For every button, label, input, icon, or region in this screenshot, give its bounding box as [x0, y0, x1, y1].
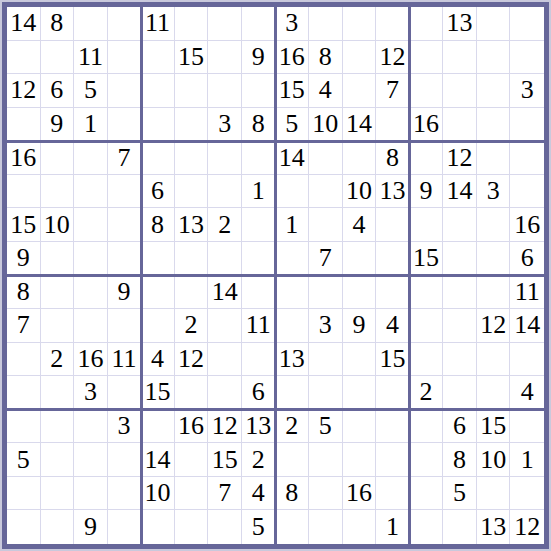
cell-r3c3[interactable]: 5: [74, 74, 108, 108]
sudoku-board: 1481131311159168121265154739138510141616…: [2, 2, 549, 549]
cell-r14c5[interactable]: 14: [141, 443, 175, 477]
cell-r2c4[interactable]: [108, 41, 142, 75]
cell-r5c1[interactable]: 16: [7, 141, 41, 175]
cell-r3c13[interactable]: [410, 74, 444, 108]
cell-r11c4[interactable]: 11: [108, 343, 142, 377]
cell-r9c9[interactable]: [276, 276, 310, 310]
cell-r2c9[interactable]: 16: [276, 41, 310, 75]
cell-r15c5[interactable]: 10: [141, 477, 175, 511]
cell-r11c11[interactable]: [343, 343, 377, 377]
cell-r5c2[interactable]: [41, 141, 75, 175]
cell-r10c1[interactable]: 7: [7, 309, 41, 343]
cell-r2c2[interactable]: [41, 41, 75, 75]
cell-r9c4[interactable]: 9: [108, 276, 142, 310]
cell-r16c6[interactable]: [175, 510, 209, 544]
cell-r3c16[interactable]: 3: [510, 74, 544, 108]
cell-r3c10[interactable]: 4: [309, 74, 343, 108]
cell-r8c11[interactable]: [343, 242, 377, 276]
cell-r5c13[interactable]: [410, 141, 444, 175]
cell-r10c5[interactable]: [141, 309, 175, 343]
cell-r7c14[interactable]: [443, 208, 477, 242]
cell-r14c1[interactable]: 5: [7, 443, 41, 477]
cell-r16c14[interactable]: [443, 510, 477, 544]
cell-r2c5[interactable]: [141, 41, 175, 75]
cell-r14c4[interactable]: [108, 443, 142, 477]
cell-r12c12[interactable]: [376, 376, 410, 410]
cell-r6c2[interactable]: [41, 175, 75, 209]
cell-r16c8[interactable]: 5: [242, 510, 276, 544]
cell-r8c9[interactable]: [276, 242, 310, 276]
cell-r13c3[interactable]: [74, 410, 108, 444]
cell-r10c7[interactable]: [208, 309, 242, 343]
cell-r14c7[interactable]: 15: [208, 443, 242, 477]
cell-r13c10[interactable]: 5: [309, 410, 343, 444]
cell-r12c9[interactable]: [276, 376, 310, 410]
cell-r4c7[interactable]: 3: [208, 108, 242, 142]
cell-r8c4[interactable]: [108, 242, 142, 276]
cell-r11c2[interactable]: 2: [41, 343, 75, 377]
cell-r16c1[interactable]: [7, 510, 41, 544]
cell-r1c12[interactable]: [376, 7, 410, 41]
cell-r6c14[interactable]: 14: [443, 175, 477, 209]
cell-r6c6[interactable]: [175, 175, 209, 209]
cell-r1c10[interactable]: [309, 7, 343, 41]
cell-r12c8[interactable]: 6: [242, 376, 276, 410]
cell-r3c1[interactable]: 12: [7, 74, 41, 108]
cell-r10c2[interactable]: [41, 309, 75, 343]
cell-r9c10[interactable]: [309, 276, 343, 310]
grid: 1481131311159168121265154739138510141616…: [7, 7, 544, 544]
cell-r3c4[interactable]: [108, 74, 142, 108]
cell-r5c14[interactable]: 12: [443, 141, 477, 175]
cell-r9c16[interactable]: 11: [510, 276, 544, 310]
cell-r14c10[interactable]: [309, 443, 343, 477]
cell-r6c10[interactable]: [309, 175, 343, 209]
cell-r1c2[interactable]: 8: [41, 7, 75, 41]
cell-r7c10[interactable]: [309, 208, 343, 242]
cell-r8c1[interactable]: 9: [7, 242, 41, 276]
cell-r10c9[interactable]: [276, 309, 310, 343]
cell-r15c10[interactable]: [309, 477, 343, 511]
cell-r12c1[interactable]: [7, 376, 41, 410]
cell-r2c15[interactable]: [477, 41, 511, 75]
cell-r6c7[interactable]: [208, 175, 242, 209]
cell-r2c12[interactable]: 12: [376, 41, 410, 75]
cell-r13c7[interactable]: 12: [208, 410, 242, 444]
cell-r11c1[interactable]: [7, 343, 41, 377]
cell-r13c15[interactable]: 15: [477, 410, 511, 444]
cell-r2c7[interactable]: [208, 41, 242, 75]
cell-r5c3[interactable]: [74, 141, 108, 175]
cell-r12c5[interactable]: 15: [141, 376, 175, 410]
cell-r12c2[interactable]: [41, 376, 75, 410]
cell-r1c1[interactable]: 14: [7, 7, 41, 41]
cell-r7c12[interactable]: [376, 208, 410, 242]
cell-r16c5[interactable]: [141, 510, 175, 544]
cell-r2c10[interactable]: 8: [309, 41, 343, 75]
cell-r12c14[interactable]: [443, 376, 477, 410]
cell-r13c5[interactable]: [141, 410, 175, 444]
cell-r7c6[interactable]: 13: [175, 208, 209, 242]
cell-r11c3[interactable]: 16: [74, 343, 108, 377]
cell-r11c15[interactable]: [477, 343, 511, 377]
cell-r13c13[interactable]: [410, 410, 444, 444]
cell-r10c10[interactable]: 3: [309, 309, 343, 343]
cell-r3c8[interactable]: [242, 74, 276, 108]
cell-r9c14[interactable]: [443, 276, 477, 310]
cell-r14c12[interactable]: [376, 443, 410, 477]
cell-r5c5[interactable]: [141, 141, 175, 175]
cell-r4c4[interactable]: [108, 108, 142, 142]
cell-r6c11[interactable]: 10: [343, 175, 377, 209]
cell-r3c12[interactable]: 7: [376, 74, 410, 108]
cell-r7c15[interactable]: [477, 208, 511, 242]
cell-r11c13[interactable]: [410, 343, 444, 377]
cell-r15c7[interactable]: 7: [208, 477, 242, 511]
cell-r4c5[interactable]: [141, 108, 175, 142]
cell-r11c5[interactable]: 4: [141, 343, 175, 377]
cell-r1c5[interactable]: 11: [141, 7, 175, 41]
cell-r16c15[interactable]: 13: [477, 510, 511, 544]
cell-r15c12[interactable]: [376, 477, 410, 511]
cell-r1c14[interactable]: 13: [443, 7, 477, 41]
cell-r2c11[interactable]: [343, 41, 377, 75]
cell-r11c8[interactable]: [242, 343, 276, 377]
cell-r6c15[interactable]: 3: [477, 175, 511, 209]
cell-r16c7[interactable]: [208, 510, 242, 544]
cell-r13c16[interactable]: [510, 410, 544, 444]
cell-r16c12[interactable]: 1: [376, 510, 410, 544]
cell-r11c9[interactable]: 13: [276, 343, 310, 377]
cell-r10c13[interactable]: [410, 309, 444, 343]
cell-r1c3[interactable]: [74, 7, 108, 41]
cell-r4c15[interactable]: [477, 108, 511, 142]
cell-r7c4[interactable]: [108, 208, 142, 242]
cell-r8c10[interactable]: 7: [309, 242, 343, 276]
cell-r14c15[interactable]: 10: [477, 443, 511, 477]
cell-r10c8[interactable]: 11: [242, 309, 276, 343]
cell-r13c1[interactable]: [7, 410, 41, 444]
cell-r8c5[interactable]: [141, 242, 175, 276]
cell-r2c13[interactable]: [410, 41, 444, 75]
cell-r9c5[interactable]: [141, 276, 175, 310]
cell-r15c16[interactable]: [510, 477, 544, 511]
cell-r7c1[interactable]: 15: [7, 208, 41, 242]
cell-r13c9[interactable]: 2: [276, 410, 310, 444]
cell-r9c15[interactable]: [477, 276, 511, 310]
cell-r15c13[interactable]: [410, 477, 444, 511]
cell-r16c10[interactable]: [309, 510, 343, 544]
cell-r6c13[interactable]: 9: [410, 175, 444, 209]
cell-r15c11[interactable]: 16: [343, 477, 377, 511]
cell-r11c6[interactable]: 12: [175, 343, 209, 377]
cell-r9c3[interactable]: [74, 276, 108, 310]
cell-r7c3[interactable]: [74, 208, 108, 242]
cell-r7c8[interactable]: [242, 208, 276, 242]
cell-r6c4[interactable]: [108, 175, 142, 209]
cell-r10c4[interactable]: [108, 309, 142, 343]
cell-r15c15[interactable]: [477, 477, 511, 511]
cell-r4c2[interactable]: 9: [41, 108, 75, 142]
cell-r5c11[interactable]: [343, 141, 377, 175]
cell-r10c12[interactable]: 4: [376, 309, 410, 343]
cell-r2c1[interactable]: [7, 41, 41, 75]
cell-r11c14[interactable]: [443, 343, 477, 377]
cell-r16c11[interactable]: [343, 510, 377, 544]
cell-r10c14[interactable]: [443, 309, 477, 343]
cell-r14c9[interactable]: [276, 443, 310, 477]
cell-r16c2[interactable]: [41, 510, 75, 544]
cell-r5c12[interactable]: 8: [376, 141, 410, 175]
cell-r16c3[interactable]: 9: [74, 510, 108, 544]
cell-r2c14[interactable]: [443, 41, 477, 75]
cell-r2c8[interactable]: 9: [242, 41, 276, 75]
cell-r11c7[interactable]: [208, 343, 242, 377]
cell-r8c14[interactable]: [443, 242, 477, 276]
cell-r15c1[interactable]: [7, 477, 41, 511]
cell-r14c6[interactable]: [175, 443, 209, 477]
cell-r7c5[interactable]: 8: [141, 208, 175, 242]
cell-r12c16[interactable]: 4: [510, 376, 544, 410]
cell-r10c3[interactable]: [74, 309, 108, 343]
cell-r12c4[interactable]: [108, 376, 142, 410]
cell-r13c8[interactable]: 13: [242, 410, 276, 444]
cell-r8c13[interactable]: 15: [410, 242, 444, 276]
cell-r4c12[interactable]: [376, 108, 410, 142]
cell-r6c5[interactable]: 6: [141, 175, 175, 209]
cell-r4c11[interactable]: 14: [343, 108, 377, 142]
cell-r10c15[interactable]: 12: [477, 309, 511, 343]
cell-r10c16[interactable]: 14: [510, 309, 544, 343]
cell-r9c6[interactable]: [175, 276, 209, 310]
cell-r1c9[interactable]: 3: [276, 7, 310, 41]
cell-r4c14[interactable]: [443, 108, 477, 142]
cell-r7c2[interactable]: 10: [41, 208, 75, 242]
cell-r1c13[interactable]: [410, 7, 444, 41]
cell-r15c8[interactable]: 4: [242, 477, 276, 511]
board-frame: 1481131311159168121265154739138510141616…: [0, 0, 551, 551]
cell-r6c3[interactable]: [74, 175, 108, 209]
cell-r15c2[interactable]: [41, 477, 75, 511]
cell-r4c10[interactable]: 10: [309, 108, 343, 142]
cell-r1c15[interactable]: [477, 7, 511, 41]
cell-r1c7[interactable]: [208, 7, 242, 41]
cell-r3c6[interactable]: [175, 74, 209, 108]
cell-r5c6[interactable]: [175, 141, 209, 175]
cell-r15c4[interactable]: [108, 477, 142, 511]
cell-r9c7[interactable]: 14: [208, 276, 242, 310]
cell-r5c10[interactable]: [309, 141, 343, 175]
cell-r14c8[interactable]: 2: [242, 443, 276, 477]
cell-r14c2[interactable]: [41, 443, 75, 477]
cell-r4c3[interactable]: 1: [74, 108, 108, 142]
cell-r8c2[interactable]: [41, 242, 75, 276]
cell-r14c11[interactable]: [343, 443, 377, 477]
cell-r10c11[interactable]: 9: [343, 309, 377, 343]
cell-r14c16[interactable]: 1: [510, 443, 544, 477]
cell-r5c4[interactable]: 7: [108, 141, 142, 175]
cell-r5c8[interactable]: [242, 141, 276, 175]
cell-r13c6[interactable]: 16: [175, 410, 209, 444]
cell-r7c13[interactable]: [410, 208, 444, 242]
cell-r4c1[interactable]: [7, 108, 41, 142]
cell-r2c3[interactable]: 11: [74, 41, 108, 75]
cell-r9c13[interactable]: [410, 276, 444, 310]
cell-r13c11[interactable]: [343, 410, 377, 444]
cell-r3c11[interactable]: [343, 74, 377, 108]
cell-r8c12[interactable]: [376, 242, 410, 276]
cell-r1c11[interactable]: [343, 7, 377, 41]
cell-r13c14[interactable]: 6: [443, 410, 477, 444]
cell-r1c16[interactable]: [510, 7, 544, 41]
cell-r7c9[interactable]: 1: [276, 208, 310, 242]
cell-r1c4[interactable]: [108, 7, 142, 41]
cell-r7c16[interactable]: 16: [510, 208, 544, 242]
cell-r7c7[interactable]: 2: [208, 208, 242, 242]
cell-r9c1[interactable]: 8: [7, 276, 41, 310]
cell-r4c13[interactable]: 16: [410, 108, 444, 142]
cell-r5c15[interactable]: [477, 141, 511, 175]
cell-r4c8[interactable]: 8: [242, 108, 276, 142]
cell-r13c12[interactable]: [376, 410, 410, 444]
cell-r8c3[interactable]: [74, 242, 108, 276]
cell-r9c12[interactable]: [376, 276, 410, 310]
cell-r12c13[interactable]: 2: [410, 376, 444, 410]
cell-r5c16[interactable]: [510, 141, 544, 175]
cell-r11c10[interactable]: [309, 343, 343, 377]
cell-r12c3[interactable]: 3: [74, 376, 108, 410]
cell-r15c6[interactable]: [175, 477, 209, 511]
cell-r13c2[interactable]: [41, 410, 75, 444]
cell-r3c14[interactable]: [443, 74, 477, 108]
cell-r14c13[interactable]: [410, 443, 444, 477]
cell-r8c8[interactable]: [242, 242, 276, 276]
cell-r7c11[interactable]: 4: [343, 208, 377, 242]
cell-r6c9[interactable]: [276, 175, 310, 209]
cell-r16c4[interactable]: [108, 510, 142, 544]
cell-r2c16[interactable]: [510, 41, 544, 75]
cell-r12c10[interactable]: [309, 376, 343, 410]
cell-r3c9[interactable]: 15: [276, 74, 310, 108]
cell-r12c11[interactable]: [343, 376, 377, 410]
cell-r8c6[interactable]: [175, 242, 209, 276]
cell-r6c1[interactable]: [7, 175, 41, 209]
cell-r1c6[interactable]: [175, 7, 209, 41]
cell-r8c16[interactable]: 6: [510, 242, 544, 276]
cell-r3c7[interactable]: [208, 74, 242, 108]
cell-r6c12[interactable]: 13: [376, 175, 410, 209]
cell-r12c15[interactable]: [477, 376, 511, 410]
cell-r5c7[interactable]: [208, 141, 242, 175]
cell-r3c5[interactable]: [141, 74, 175, 108]
cell-r16c9[interactable]: [276, 510, 310, 544]
cell-r6c8[interactable]: 1: [242, 175, 276, 209]
cell-r16c13[interactable]: [410, 510, 444, 544]
cell-r9c11[interactable]: [343, 276, 377, 310]
cell-r15c14[interactable]: 5: [443, 477, 477, 511]
cell-r9c8[interactable]: [242, 276, 276, 310]
cell-r4c9[interactable]: 5: [276, 108, 310, 142]
cell-r9c2[interactable]: [41, 276, 75, 310]
cell-r14c14[interactable]: 8: [443, 443, 477, 477]
cell-r12c7[interactable]: [208, 376, 242, 410]
cell-r11c12[interactable]: 15: [376, 343, 410, 377]
cell-r10c6[interactable]: 2: [175, 309, 209, 343]
cell-r4c6[interactable]: [175, 108, 209, 142]
cell-r15c3[interactable]: [74, 477, 108, 511]
cell-r3c2[interactable]: 6: [41, 74, 75, 108]
cell-r1c8[interactable]: [242, 7, 276, 41]
cell-r4c16[interactable]: [510, 108, 544, 142]
cell-r8c7[interactable]: [208, 242, 242, 276]
cell-r3c15[interactable]: [477, 74, 511, 108]
cell-r11c16[interactable]: [510, 343, 544, 377]
cell-r5c9[interactable]: 14: [276, 141, 310, 175]
cell-r14c3[interactable]: [74, 443, 108, 477]
cell-r12c6[interactable]: [175, 376, 209, 410]
cell-r2c6[interactable]: 15: [175, 41, 209, 75]
cell-r13c4[interactable]: 3: [108, 410, 142, 444]
cell-r6c16[interactable]: [510, 175, 544, 209]
cell-r8c15[interactable]: [477, 242, 511, 276]
cell-r15c9[interactable]: 8: [276, 477, 310, 511]
cell-r16c16[interactable]: 12: [510, 510, 544, 544]
